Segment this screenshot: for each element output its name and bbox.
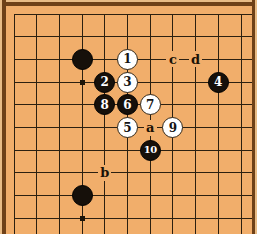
grid-line-vertical: [241, 14, 242, 235]
grid-line-vertical: [195, 14, 196, 235]
grid-line-vertical: [36, 14, 37, 235]
stone-white-move-5: 5: [117, 117, 138, 138]
stone-black-move-8: 8: [94, 94, 115, 115]
grid-line-horizontal: [14, 36, 252, 37]
grid-line-vertical: [14, 14, 15, 235]
stone-white-move-3: 3: [117, 72, 138, 93]
stone-black-move-4: 4: [208, 72, 229, 93]
stone-black-plain: [72, 49, 93, 70]
stone-black-plain: [72, 185, 93, 206]
board-edge-left: [2, 0, 6, 234]
grid-line-horizontal: [14, 195, 252, 196]
grid-line-horizontal: [14, 172, 252, 173]
point-label-a: a: [144, 120, 157, 136]
stone-black-move-6: 6: [117, 94, 138, 115]
stone-black-move-10: 10: [140, 140, 161, 161]
grid-line-vertical: [104, 14, 105, 235]
star-point: [80, 216, 85, 221]
point-label-d: d: [189, 51, 202, 67]
grid-line-horizontal: [14, 150, 252, 151]
point-label-c: c: [166, 51, 179, 67]
stone-white-move-9: 9: [162, 117, 183, 138]
grid-line-horizontal: [14, 218, 252, 219]
grid-line-vertical: [59, 14, 60, 235]
grid-line-horizontal: [14, 14, 252, 15]
board-frame-right-outer: [255, 0, 258, 234]
star-point: [80, 80, 85, 85]
point-label-b: b: [98, 165, 111, 181]
go-board-diagram: 12345678910abcd: [0, 0, 257, 234]
board-edge-top: [0, 2, 257, 6]
grid-line-vertical: [218, 14, 219, 235]
stone-white-move-1: 1: [117, 49, 138, 70]
stone-white-move-7: 7: [140, 94, 161, 115]
stone-black-move-2: 2: [94, 72, 115, 93]
